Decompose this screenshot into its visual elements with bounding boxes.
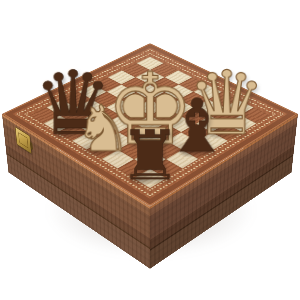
chess-box: ♛♛♚♞♝♜: [2, 43, 298, 206]
product-photo-chess-box: ♛♛♚♞♝♜: [0, 0, 300, 300]
